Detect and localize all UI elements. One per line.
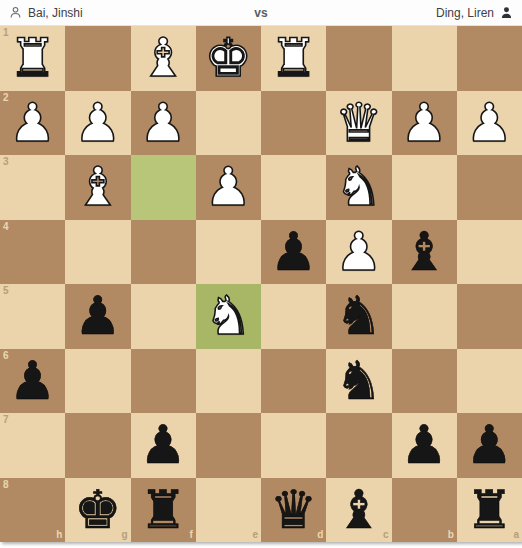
square-g8[interactable]: g♚ [65,478,130,543]
black-pawn[interactable]: ♟ [9,349,57,413]
square-e6[interactable] [196,349,261,414]
rank-label-8: 8 [3,480,9,490]
square-f4[interactable] [131,220,196,285]
square-a4[interactable] [457,220,522,285]
square-f1[interactable]: ♝ [131,26,196,91]
white-rook[interactable]: ♜ [9,26,57,90]
white-player-name: Bai, Jinshi [28,6,83,20]
square-g3[interactable]: ♝ [65,155,130,220]
rank-label-3: 3 [3,157,9,167]
square-a8[interactable]: a♜ [457,478,522,543]
square-e5[interactable]: ♞ [196,284,261,349]
square-d2[interactable] [261,91,326,156]
square-c7[interactable] [326,413,391,478]
white-pawn[interactable]: ♟ [466,91,514,155]
black-bishop[interactable]: ♝ [335,478,383,542]
square-a7[interactable]: ♟ [457,413,522,478]
white-queen[interactable]: ♛ [335,91,383,155]
black-pawn[interactable]: ♟ [74,284,122,348]
rank-label-4: 4 [3,222,9,232]
white-pawn[interactable]: ♟ [205,155,253,219]
square-h2[interactable]: 2♟ [0,91,65,156]
black-pawn[interactable]: ♟ [466,413,514,477]
square-c4[interactable]: ♟ [326,220,391,285]
file-label-h: h [56,530,62,540]
square-f6[interactable] [131,349,196,414]
rank-label-6: 6 [3,351,9,361]
white-pawn[interactable]: ♟ [139,91,187,155]
black-rook[interactable]: ♜ [466,478,514,542]
square-b5[interactable] [392,284,457,349]
square-b8[interactable]: b [392,478,457,543]
square-g2[interactable]: ♟ [65,91,130,156]
rank-label-1: 1 [3,28,9,38]
file-label-g: g [121,530,127,540]
file-label-f: f [189,530,192,540]
square-g4[interactable] [65,220,130,285]
white-player: Bai, Jinshi [9,6,83,20]
black-bishop[interactable]: ♝ [400,220,448,284]
square-h7[interactable]: 7 [0,413,65,478]
square-e3[interactable]: ♟ [196,155,261,220]
square-b2[interactable]: ♟ [392,91,457,156]
square-f5[interactable] [131,284,196,349]
square-d3[interactable] [261,155,326,220]
square-d1[interactable]: ♜ [261,26,326,91]
black-king[interactable]: ♚ [74,478,122,542]
file-label-b: b [448,530,454,540]
square-b1[interactable] [392,26,457,91]
square-e7[interactable] [196,413,261,478]
square-b3[interactable] [392,155,457,220]
square-d4[interactable]: ♟ [261,220,326,285]
black-player: Ding, Liren [436,6,513,20]
vs-label: vs [254,6,267,20]
file-label-c: c [383,530,389,540]
white-pawn[interactable]: ♟ [74,91,122,155]
square-e4[interactable] [196,220,261,285]
square-h6[interactable]: 6♟ [0,349,65,414]
square-f2[interactable]: ♟ [131,91,196,156]
white-pawn[interactable]: ♟ [9,91,57,155]
black-pawn[interactable]: ♟ [270,220,318,284]
square-h1[interactable]: 1♜ [0,26,65,91]
square-b4[interactable]: ♝ [392,220,457,285]
square-d5[interactable] [261,284,326,349]
square-h8[interactable]: 8h [0,478,65,543]
square-d6[interactable] [261,349,326,414]
square-b7[interactable]: ♟ [392,413,457,478]
square-h4[interactable]: 4 [0,220,65,285]
square-g1[interactable] [65,26,130,91]
file-label-e: e [252,530,258,540]
square-c1[interactable] [326,26,391,91]
square-c2[interactable]: ♛ [326,91,391,156]
white-rook[interactable]: ♜ [270,26,318,90]
square-c8[interactable]: c♝ [326,478,391,543]
square-c5[interactable]: ♞ [326,284,391,349]
square-a2[interactable]: ♟ [457,91,522,156]
black-pawn[interactable]: ♟ [139,413,187,477]
square-d8[interactable]: d♛ [261,478,326,543]
game-header: Bai, Jinshi vs Ding, Liren [0,0,522,26]
white-bishop[interactable]: ♝ [139,26,187,90]
square-h5[interactable]: 5 [0,284,65,349]
white-king[interactable]: ♚ [205,26,253,90]
white-player-icon [9,6,22,19]
black-queen[interactable]: ♛ [270,478,318,542]
black-rook[interactable]: ♜ [139,478,187,542]
square-a6[interactable] [457,349,522,414]
square-f7[interactable]: ♟ [131,413,196,478]
square-a3[interactable] [457,155,522,220]
black-knight[interactable]: ♞ [335,284,383,348]
black-pawn[interactable]: ♟ [400,413,448,477]
square-c6[interactable]: ♞ [326,349,391,414]
square-e1[interactable]: ♚ [196,26,261,91]
black-player-icon [500,6,513,19]
file-label-d: d [317,530,323,540]
white-pawn[interactable]: ♟ [400,91,448,155]
square-f3[interactable] [131,155,196,220]
square-d7[interactable] [261,413,326,478]
black-knight[interactable]: ♞ [335,349,383,413]
rank-label-2: 2 [3,93,9,103]
square-a5[interactable] [457,284,522,349]
chess-board[interactable]: 1♜♝♚♜2♟♟♟♛♟♟3♝♟♞4♟♟♝5♟♞♞6♟♞7♟♟♟8hg♚f♜ed♛… [0,26,522,542]
white-pawn[interactable]: ♟ [335,220,383,284]
black-player-name: Ding, Liren [436,6,494,20]
square-g5[interactable]: ♟ [65,284,130,349]
square-g7[interactable] [65,413,130,478]
square-b6[interactable] [392,349,457,414]
file-label-a: a [513,530,519,540]
square-h3[interactable]: 3 [0,155,65,220]
rank-label-5: 5 [3,286,9,296]
square-c3[interactable]: ♞ [326,155,391,220]
white-bishop[interactable]: ♝ [74,155,122,219]
square-e8[interactable]: e [196,478,261,543]
white-knight[interactable]: ♞ [335,155,383,219]
square-a1[interactable] [457,26,522,91]
square-g6[interactable] [65,349,130,414]
rank-label-7: 7 [3,415,9,425]
square-e2[interactable] [196,91,261,156]
square-f8[interactable]: f♜ [131,478,196,543]
white-knight[interactable]: ♞ [205,284,253,348]
